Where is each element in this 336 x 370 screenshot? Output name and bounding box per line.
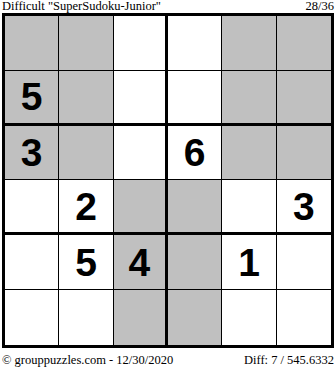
cell-r5c4[interactable] bbox=[168, 235, 222, 290]
footer-copyright: © grouppuzzles.com - 12/30/2020 bbox=[2, 353, 173, 367]
progress-counter: 28/36 bbox=[306, 0, 334, 13]
cell-r5c1[interactable] bbox=[5, 235, 59, 290]
cell-r6c1[interactable] bbox=[5, 290, 59, 345]
cell-r3c3[interactable] bbox=[114, 126, 168, 181]
puzzle-page: Difficult "SuperSudoku-Junior" 28/36 536… bbox=[0, 0, 336, 370]
cell-r3c2[interactable] bbox=[59, 126, 113, 181]
cell-r2c6[interactable] bbox=[277, 71, 331, 126]
cell-r4c2: 2 bbox=[59, 180, 113, 235]
cell-r5c2: 5 bbox=[59, 235, 113, 290]
cell-r1c1[interactable] bbox=[5, 16, 59, 71]
cell-r5c3: 4 bbox=[114, 235, 168, 290]
cell-r6c5[interactable] bbox=[222, 290, 276, 345]
cell-r5c5: 1 bbox=[222, 235, 276, 290]
cell-r5c6[interactable] bbox=[277, 235, 331, 290]
sudoku-grid: 53623541 bbox=[2, 13, 334, 348]
cell-r6c3[interactable] bbox=[114, 290, 168, 345]
cell-r4c3[interactable] bbox=[114, 180, 168, 235]
cell-r4c1[interactable] bbox=[5, 180, 59, 235]
cell-r4c4[interactable] bbox=[168, 180, 222, 235]
cell-r1c6[interactable] bbox=[277, 16, 331, 71]
header: Difficult "SuperSudoku-Junior" 28/36 bbox=[2, 0, 334, 13]
cell-r4c6: 3 bbox=[277, 180, 331, 235]
cell-r6c4[interactable] bbox=[168, 290, 222, 345]
cell-r3c1: 3 bbox=[5, 126, 59, 181]
footer: © grouppuzzles.com - 12/30/2020 Diff: 7 … bbox=[2, 353, 334, 367]
cell-r3c6[interactable] bbox=[277, 126, 331, 181]
cell-r1c4[interactable] bbox=[168, 16, 222, 71]
cell-r4c5[interactable] bbox=[222, 180, 276, 235]
cell-r3c4: 6 bbox=[168, 126, 222, 181]
cell-r1c2[interactable] bbox=[59, 16, 113, 71]
cell-r2c4[interactable] bbox=[168, 71, 222, 126]
cell-r1c3[interactable] bbox=[114, 16, 168, 71]
cell-r6c6[interactable] bbox=[277, 290, 331, 345]
footer-difficulty: Diff: 7 / 545.6332 bbox=[244, 353, 334, 367]
cell-r2c3[interactable] bbox=[114, 71, 168, 126]
cell-r3c5[interactable] bbox=[222, 126, 276, 181]
cell-r2c1: 5 bbox=[5, 71, 59, 126]
page-title: Difficult "SuperSudoku-Junior" bbox=[2, 0, 161, 13]
cell-r2c2[interactable] bbox=[59, 71, 113, 126]
cell-r6c2[interactable] bbox=[59, 290, 113, 345]
cell-r2c5[interactable] bbox=[222, 71, 276, 126]
cell-r1c5[interactable] bbox=[222, 16, 276, 71]
